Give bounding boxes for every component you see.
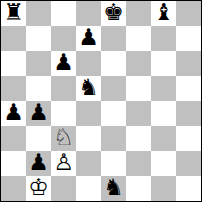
- piece-black-knight: ♞: [78, 76, 99, 100]
- square-e6[interactable]: [101, 51, 126, 76]
- square-h4[interactable]: [176, 101, 201, 126]
- square-c7[interactable]: [51, 26, 76, 51]
- square-e3[interactable]: [101, 126, 126, 151]
- square-d4[interactable]: [76, 101, 101, 126]
- square-g3[interactable]: [151, 126, 176, 151]
- square-f2[interactable]: [126, 151, 151, 176]
- piece-white-king: ♔: [28, 176, 49, 200]
- square-h5[interactable]: [176, 76, 201, 101]
- square-d1[interactable]: [76, 176, 101, 201]
- square-c6[interactable]: ♟: [51, 51, 76, 76]
- square-f3[interactable]: [126, 126, 151, 151]
- square-c8[interactable]: [51, 1, 76, 26]
- square-a8[interactable]: ♜: [1, 1, 26, 26]
- piece-black-knight: ♞: [103, 176, 124, 200]
- square-e5[interactable]: [101, 76, 126, 101]
- square-b6[interactable]: [26, 51, 51, 76]
- square-d2[interactable]: [76, 151, 101, 176]
- square-g6[interactable]: [151, 51, 176, 76]
- square-a2[interactable]: [1, 151, 26, 176]
- piece-black-pawn: ♟: [28, 151, 49, 175]
- square-g4[interactable]: [151, 101, 176, 126]
- square-g1[interactable]: [151, 176, 176, 201]
- square-c2[interactable]: ♙: [51, 151, 76, 176]
- chess-board: ♜♚♝♟♟♞♟♟♘♟♙♔♞: [0, 0, 202, 202]
- square-a6[interactable]: [1, 51, 26, 76]
- square-d7[interactable]: ♟: [76, 26, 101, 51]
- square-f5[interactable]: [126, 76, 151, 101]
- square-a4[interactable]: ♟: [1, 101, 26, 126]
- square-a7[interactable]: [1, 26, 26, 51]
- piece-black-bishop: ♝: [153, 1, 174, 25]
- square-e7[interactable]: [101, 26, 126, 51]
- square-b5[interactable]: [26, 76, 51, 101]
- piece-black-pawn: ♟: [28, 101, 49, 125]
- square-d8[interactable]: [76, 1, 101, 26]
- piece-black-pawn: ♟: [78, 26, 99, 50]
- square-b4[interactable]: ♟: [26, 101, 51, 126]
- square-f7[interactable]: [126, 26, 151, 51]
- square-d3[interactable]: [76, 126, 101, 151]
- square-f1[interactable]: [126, 176, 151, 201]
- square-g8[interactable]: ♝: [151, 1, 176, 26]
- square-f4[interactable]: [126, 101, 151, 126]
- square-g5[interactable]: [151, 76, 176, 101]
- piece-black-pawn: ♟: [53, 51, 74, 75]
- square-d5[interactable]: ♞: [76, 76, 101, 101]
- piece-white-knight: ♘: [53, 126, 74, 150]
- piece-black-rook: ♜: [3, 1, 24, 25]
- square-b2[interactable]: ♟: [26, 151, 51, 176]
- square-g2[interactable]: [151, 151, 176, 176]
- square-f6[interactable]: [126, 51, 151, 76]
- square-a3[interactable]: [1, 126, 26, 151]
- square-c5[interactable]: [51, 76, 76, 101]
- square-h6[interactable]: [176, 51, 201, 76]
- piece-black-pawn: ♟: [3, 101, 24, 125]
- square-c1[interactable]: [51, 176, 76, 201]
- square-b1[interactable]: ♔: [26, 176, 51, 201]
- square-h1[interactable]: [176, 176, 201, 201]
- square-h2[interactable]: [176, 151, 201, 176]
- square-h3[interactable]: [176, 126, 201, 151]
- piece-black-king: ♚: [103, 1, 124, 25]
- square-e4[interactable]: [101, 101, 126, 126]
- square-c3[interactable]: ♘: [51, 126, 76, 151]
- square-e8[interactable]: ♚: [101, 1, 126, 26]
- square-g7[interactable]: [151, 26, 176, 51]
- square-a5[interactable]: [1, 76, 26, 101]
- square-b8[interactable]: [26, 1, 51, 26]
- square-h7[interactable]: [176, 26, 201, 51]
- square-d6[interactable]: [76, 51, 101, 76]
- square-a1[interactable]: [1, 176, 26, 201]
- square-b7[interactable]: [26, 26, 51, 51]
- square-b3[interactable]: [26, 126, 51, 151]
- square-h8[interactable]: [176, 1, 201, 26]
- square-f8[interactable]: [126, 1, 151, 26]
- piece-white-pawn: ♙: [53, 151, 74, 175]
- square-e1[interactable]: ♞: [101, 176, 126, 201]
- square-c4[interactable]: [51, 101, 76, 126]
- square-e2[interactable]: [101, 151, 126, 176]
